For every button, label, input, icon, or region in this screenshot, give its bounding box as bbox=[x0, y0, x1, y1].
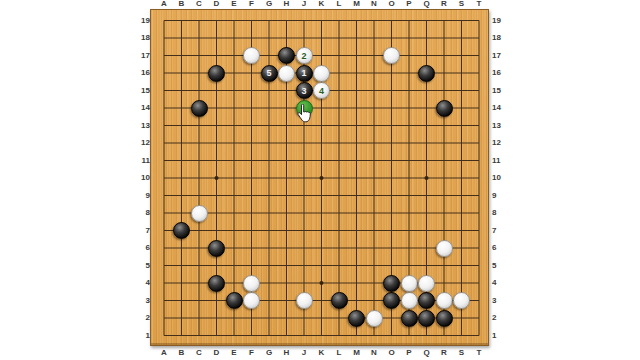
row-label-right-10: 10 bbox=[492, 173, 512, 183]
col-label-bottom-J: J bbox=[297, 348, 311, 358]
row-label-right-12: 12 bbox=[492, 138, 512, 148]
col-label-top-G: G bbox=[262, 0, 276, 9]
white-stone-Q4 bbox=[418, 275, 435, 292]
black-stone-R14 bbox=[436, 100, 453, 117]
col-label-top-J: J bbox=[297, 0, 311, 9]
white-stone-O17 bbox=[383, 47, 400, 64]
row-label-left-6: 6 bbox=[130, 243, 150, 253]
black-stone-D6 bbox=[208, 240, 225, 257]
row-label-right-15: 15 bbox=[492, 86, 512, 96]
col-label-top-M: M bbox=[350, 0, 364, 9]
row-label-right-17: 17 bbox=[492, 51, 512, 61]
col-label-bottom-Q: Q bbox=[420, 348, 434, 358]
col-label-bottom-H: H bbox=[280, 348, 294, 358]
row-label-left-4: 4 bbox=[130, 278, 150, 288]
black-stone-R2 bbox=[436, 310, 453, 327]
col-label-top-O: O bbox=[385, 0, 399, 9]
black-stone-Q2 bbox=[418, 310, 435, 327]
black-stone-L3 bbox=[331, 292, 348, 309]
go-app-screenshot: AABBCCDDEEFFGGHHJJKKLLMMNNOOPPQQRRSSTT19… bbox=[0, 0, 640, 360]
row-label-right-5: 5 bbox=[492, 261, 512, 271]
white-stone-K16 bbox=[313, 65, 330, 82]
row-label-right-6: 6 bbox=[492, 243, 512, 253]
black-stone-Q3 bbox=[418, 292, 435, 309]
row-label-left-11: 11 bbox=[130, 156, 150, 166]
col-label-bottom-G: G bbox=[262, 348, 276, 358]
row-label-left-8: 8 bbox=[130, 208, 150, 218]
black-stone-C14 bbox=[191, 100, 208, 117]
cursor-hand-icon bbox=[297, 104, 311, 123]
white-stone-J3 bbox=[296, 292, 313, 309]
col-label-bottom-C: C bbox=[192, 348, 206, 358]
row-label-left-15: 15 bbox=[130, 86, 150, 96]
col-label-bottom-L: L bbox=[332, 348, 346, 358]
white-stone-R3 bbox=[436, 292, 453, 309]
white-stone-F3 bbox=[243, 292, 260, 309]
row-label-right-9: 9 bbox=[492, 191, 512, 201]
black-stone-H17 bbox=[278, 47, 295, 64]
row-label-right-14: 14 bbox=[492, 103, 512, 113]
col-label-top-A: A bbox=[157, 0, 171, 9]
black-stone-O3 bbox=[383, 292, 400, 309]
col-label-top-C: C bbox=[192, 0, 206, 9]
white-stone-J17: 2 bbox=[296, 47, 313, 64]
black-stone-B7 bbox=[173, 222, 190, 239]
white-stone-P4 bbox=[401, 275, 418, 292]
col-label-top-L: L bbox=[332, 0, 346, 9]
star-point-K4 bbox=[320, 281, 324, 285]
col-label-bottom-F: F bbox=[245, 348, 259, 358]
row-label-left-18: 18 bbox=[130, 33, 150, 43]
move-number-4: 4 bbox=[314, 83, 329, 98]
white-stone-F4 bbox=[243, 275, 260, 292]
row-label-left-16: 16 bbox=[130, 68, 150, 78]
row-label-left-19: 19 bbox=[130, 16, 150, 26]
col-label-top-K: K bbox=[315, 0, 329, 9]
row-label-right-18: 18 bbox=[492, 33, 512, 43]
star-point-Q10 bbox=[425, 176, 429, 180]
col-label-bottom-T: T bbox=[472, 348, 486, 358]
row-label-left-3: 3 bbox=[130, 296, 150, 306]
black-stone-Q16 bbox=[418, 65, 435, 82]
col-label-bottom-K: K bbox=[315, 348, 329, 358]
row-label-left-7: 7 bbox=[130, 226, 150, 236]
black-stone-D16 bbox=[208, 65, 225, 82]
col-label-bottom-A: A bbox=[157, 348, 171, 358]
col-label-top-H: H bbox=[280, 0, 294, 9]
black-stone-M2 bbox=[348, 310, 365, 327]
row-label-right-19: 19 bbox=[492, 16, 512, 26]
move-number-5: 5 bbox=[262, 66, 277, 81]
row-label-right-4: 4 bbox=[492, 278, 512, 288]
black-stone-D4 bbox=[208, 275, 225, 292]
white-stone-S3 bbox=[453, 292, 470, 309]
black-stone-O4 bbox=[383, 275, 400, 292]
row-label-left-10: 10 bbox=[130, 173, 150, 183]
move-number-3: 3 bbox=[297, 83, 312, 98]
row-label-right-2: 2 bbox=[492, 313, 512, 323]
row-label-left-9: 9 bbox=[130, 191, 150, 201]
row-label-right-1: 1 bbox=[492, 331, 512, 341]
col-label-bottom-R: R bbox=[437, 348, 451, 358]
row-label-right-3: 3 bbox=[492, 296, 512, 306]
row-label-left-17: 17 bbox=[130, 51, 150, 61]
col-label-top-E: E bbox=[227, 0, 241, 9]
move-number-2: 2 bbox=[297, 48, 312, 63]
row-label-left-14: 14 bbox=[130, 103, 150, 113]
row-label-right-16: 16 bbox=[492, 68, 512, 78]
row-label-left-2: 2 bbox=[130, 313, 150, 323]
row-label-right-7: 7 bbox=[492, 226, 512, 236]
col-label-top-D: D bbox=[210, 0, 224, 9]
col-label-top-P: P bbox=[402, 0, 416, 9]
black-stone-J15: 3 bbox=[296, 82, 313, 99]
col-label-bottom-N: N bbox=[367, 348, 381, 358]
col-label-top-R: R bbox=[437, 0, 451, 9]
col-label-bottom-B: B bbox=[175, 348, 189, 358]
row-label-right-8: 8 bbox=[492, 208, 512, 218]
black-stone-P2 bbox=[401, 310, 418, 327]
col-label-bottom-E: E bbox=[227, 348, 241, 358]
col-label-top-F: F bbox=[245, 0, 259, 9]
col-label-bottom-D: D bbox=[210, 348, 224, 358]
col-label-bottom-O: O bbox=[385, 348, 399, 358]
row-label-left-12: 12 bbox=[130, 138, 150, 148]
star-point-D10 bbox=[215, 176, 219, 180]
row-label-right-13: 13 bbox=[492, 121, 512, 131]
black-stone-G16: 5 bbox=[261, 65, 278, 82]
black-stone-J16: 1 bbox=[296, 65, 313, 82]
col-label-bottom-P: P bbox=[402, 348, 416, 358]
white-stone-P3 bbox=[401, 292, 418, 309]
white-stone-N2 bbox=[366, 310, 383, 327]
col-label-top-T: T bbox=[472, 0, 486, 9]
white-stone-K15: 4 bbox=[313, 82, 330, 99]
col-label-top-Q: Q bbox=[420, 0, 434, 9]
row-label-left-5: 5 bbox=[130, 261, 150, 271]
white-stone-F17 bbox=[243, 47, 260, 64]
col-label-top-S: S bbox=[455, 0, 469, 9]
white-stone-R6 bbox=[436, 240, 453, 257]
col-label-bottom-M: M bbox=[350, 348, 364, 358]
white-stone-H16 bbox=[278, 65, 295, 82]
row-label-left-1: 1 bbox=[130, 331, 150, 341]
move-number-1: 1 bbox=[297, 66, 312, 81]
white-stone-C8 bbox=[191, 205, 208, 222]
row-label-left-13: 13 bbox=[130, 121, 150, 131]
star-point-K10 bbox=[320, 176, 324, 180]
col-label-top-B: B bbox=[175, 0, 189, 9]
black-stone-E3 bbox=[226, 292, 243, 309]
col-label-top-N: N bbox=[367, 0, 381, 9]
row-label-right-11: 11 bbox=[492, 156, 512, 166]
col-label-bottom-S: S bbox=[455, 348, 469, 358]
